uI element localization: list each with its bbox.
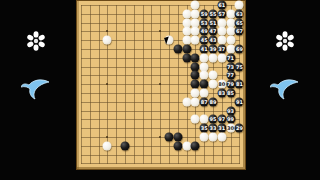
white-stone [191,36,200,45]
black-stone [173,133,182,142]
white-stone [182,9,191,18]
black-stone-numbered: 49 [200,27,209,36]
black-stone-numbered: 79 [226,80,235,89]
grid-line-horizontal [81,163,240,164]
white-stone [103,36,112,45]
white-stone [182,97,191,106]
white-stone [200,71,209,80]
black-stone-numbered: 69 [235,45,244,54]
white-stone [191,27,200,36]
black-stone [191,80,200,89]
black-stone-numbered: 83 [217,89,226,98]
black-stone [191,71,200,80]
black-stone [191,141,200,150]
black-stone-numbered: 31 [217,124,226,133]
black-stone-numbered: 53 [200,18,209,27]
black-stone-numbered: 75 [235,62,244,71]
white-stone [226,27,235,36]
white-stone [191,18,200,27]
hoshi-point [106,30,108,32]
white-stone-numbered: 80 [217,80,226,89]
black-stone-numbered: 37 [217,45,226,54]
hoshi-point [159,30,161,32]
white-stone [200,89,209,98]
white-stone [182,18,191,27]
white-stone [226,18,235,27]
black-stone-numbered: 73 [226,62,235,71]
black-stone [200,80,209,89]
black-stone [121,141,130,150]
white-stone [217,133,226,142]
white-stone [209,53,218,62]
black-stone-numbered: 95 [209,115,218,124]
black-stone-numbered: 29 [235,124,244,133]
black-stone [182,53,191,62]
white-stone [191,89,200,98]
white-stone [200,133,209,142]
hoshi-point [159,83,161,85]
black-stone [173,45,182,54]
black-stone-numbered: 81 [235,80,244,89]
white-stone [191,1,200,10]
white-stone [191,9,200,18]
bird-icon [21,76,51,100]
white-stone [182,141,191,150]
black-stone-numbered: 39 [209,45,218,54]
white-stone [226,9,235,18]
go-board[interactable]: 6159555763535165494767454341393769717375… [76,0,246,170]
black-stone-numbered: 67 [235,27,244,36]
white-stone [209,133,218,142]
black-stone [191,62,200,71]
black-stone-numbered: 35 [200,124,209,133]
black-stone-numbered: 65 [235,18,244,27]
flower-icon [26,31,46,51]
grid-line-horizontal [81,155,240,156]
white-stone [200,62,209,71]
black-stone-numbered: 91 [235,97,244,106]
black-stone-numbered: 71 [226,53,235,62]
black-stone-numbered: 87 [200,97,209,106]
black-stone-numbered: 61 [217,1,226,10]
black-stone-numbered: 45 [200,36,209,45]
black-stone [165,133,174,142]
white-stone [182,27,191,36]
black-stone-numbered: 47 [209,27,218,36]
black-stone-numbered: 93 [226,106,235,115]
black-stone-numbered: 99 [226,115,235,124]
black-stone-numbered: 89 [209,97,218,106]
white-stone [103,141,112,150]
white-stone [217,18,226,27]
black-stone-numbered: 33 [209,124,218,133]
white-stone-numbered: 30 [226,124,235,133]
black-stone [173,141,182,150]
white-stone [217,36,226,45]
white-stone [209,80,218,89]
hoshi-point [106,83,108,85]
white-stone [200,115,209,124]
white-stone [200,53,209,62]
black-stone [191,53,200,62]
hoshi-point [106,136,108,138]
white-stone [191,97,200,106]
white-stone [217,53,226,62]
game-frame: 6159555763535165494767454341393769717375… [0,0,320,180]
white-stone [191,115,200,124]
white-stone [226,45,235,54]
white-stone [235,1,244,10]
black-stone-numbered: 43 [209,36,218,45]
grid-line-horizontal [81,111,240,112]
white-stone [226,36,235,45]
black-stone-numbered: 51 [209,18,218,27]
white-stone [182,36,191,45]
bird-icon [270,76,300,100]
black-stone-numbered: 59 [200,9,209,18]
black-stone [182,45,191,54]
black-stone-numbered: 63 [235,9,244,18]
black-stone-numbered: 57 [217,9,226,18]
hoshi-point [159,136,161,138]
black-stone-numbered: 85 [226,89,235,98]
black-stone-numbered: 41 [200,45,209,54]
flower-icon [275,31,295,51]
black-stone-numbered: 77 [226,71,235,80]
black-stone-numbered: 97 [217,115,226,124]
white-stone [217,27,226,36]
white-stone [209,71,218,80]
black-stone-numbered: 55 [209,9,218,18]
